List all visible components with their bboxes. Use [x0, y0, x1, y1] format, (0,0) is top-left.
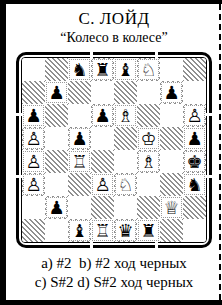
square-b2[interactable]: ♟	[45, 196, 68, 219]
piece-white-pawn-h6[interactable]: ♙	[184, 105, 205, 126]
square-c4[interactable]: ♖	[68, 150, 91, 173]
square-g1[interactable]	[160, 219, 183, 242]
piece-white-knight-f8[interactable]: ♘	[138, 59, 159, 80]
square-f4[interactable]: ♗	[137, 150, 160, 173]
piece-white-king-f5[interactable]: ♔	[138, 128, 159, 149]
square-a7[interactable]	[22, 81, 45, 104]
square-h1[interactable]	[183, 219, 206, 242]
piece-black-rook-d8[interactable]: ♜	[92, 59, 113, 80]
piece-black-pawn-b2[interactable]: ♟	[46, 197, 67, 218]
square-a1[interactable]	[22, 219, 45, 242]
piece-white-pawn-a4[interactable]: ♙	[23, 151, 44, 172]
square-f1[interactable]: ♜	[137, 219, 160, 242]
piece-black-pawn-g7[interactable]: ♟	[161, 82, 182, 103]
piece-white-bishop-e6[interactable]: ♗	[115, 105, 136, 126]
square-b7[interactable]: ♟	[45, 81, 68, 104]
square-e5[interactable]	[114, 127, 137, 150]
square-d1[interactable]: ♖	[91, 219, 114, 242]
piece-black-pawn-a6[interactable]: ♟	[23, 105, 44, 126]
square-c7[interactable]	[68, 81, 91, 104]
square-e8[interactable]: ♝	[114, 58, 137, 81]
piece-black-pawn-d6[interactable]: ♟	[92, 105, 113, 126]
square-a4[interactable]: ♙	[22, 150, 45, 173]
piece-black-bishop-e8[interactable]: ♝	[115, 59, 136, 80]
piece-black-pawn-c5[interactable]: ♟	[69, 128, 90, 149]
square-e6[interactable]: ♗	[114, 104, 137, 127]
square-e7[interactable]	[114, 81, 137, 104]
board-frame: ♞♜♝♘♟♟♟♟♗♙♙♟♔♟♙♖♗♚♙♙♘♞♟♕♝♖♛♜	[16, 52, 212, 248]
square-h5[interactable]: ♟	[183, 127, 206, 150]
square-g2[interactable]: ♕	[160, 196, 183, 219]
square-b5[interactable]	[45, 127, 68, 150]
square-c1[interactable]: ♝	[68, 219, 91, 242]
piece-white-pawn-a3[interactable]: ♙	[23, 174, 44, 195]
square-a3[interactable]: ♙	[22, 173, 45, 196]
square-d6[interactable]: ♟	[91, 104, 114, 127]
square-h6[interactable]: ♙	[183, 104, 206, 127]
piece-white-queen-g2[interactable]: ♕	[161, 197, 182, 218]
square-a8[interactable]	[22, 58, 45, 81]
square-h4[interactable]: ♚	[183, 150, 206, 173]
problem-title: “Колесо в колесе”	[6, 29, 222, 46]
square-a2[interactable]	[22, 196, 45, 219]
square-c3[interactable]	[68, 173, 91, 196]
square-e2[interactable]	[114, 196, 137, 219]
frame-gap	[205, 113, 212, 116]
piece-white-knight-e3[interactable]: ♘	[115, 174, 136, 195]
piece-white-rook-c4[interactable]: ♖	[69, 151, 90, 172]
frame-gap	[205, 175, 212, 178]
board-grid: ♞♜♝♘♟♟♟♟♗♙♙♟♔♟♙♖♗♚♙♙♘♞♟♕♝♖♛♜	[22, 58, 206, 242]
square-e4[interactable]	[114, 150, 137, 173]
square-g7[interactable]: ♟	[160, 81, 183, 104]
piece-white-rook-d1[interactable]: ♖	[92, 220, 113, 241]
piece-black-pawn-h5[interactable]: ♟	[184, 128, 205, 149]
stipulation-line-1: a) #2 b) #2 ход черных	[6, 254, 222, 273]
square-d2[interactable]	[91, 196, 114, 219]
square-h7[interactable]	[183, 81, 206, 104]
piece-black-pawn-b7[interactable]: ♟	[46, 82, 67, 103]
chess-board: ♞♜♝♘♟♟♟♟♗♙♙♟♔♟♙♖♗♚♙♙♘♞♟♕♝♖♛♜	[16, 52, 212, 248]
square-g8[interactable]	[160, 58, 183, 81]
problem-card: С. ЛОЙД “Колесо в колесе” ♞♜♝♘♟♟♟♟♗♙♙♟♔♟…	[0, 0, 222, 305]
square-c2[interactable]	[68, 196, 91, 219]
square-b6[interactable]	[45, 104, 68, 127]
square-b8[interactable]	[45, 58, 68, 81]
square-a5[interactable]: ♙	[22, 127, 45, 150]
piece-black-knight-h3[interactable]: ♞	[184, 174, 205, 195]
square-f6[interactable]	[137, 104, 160, 127]
piece-black-king-h4[interactable]: ♚	[184, 151, 205, 172]
square-e1[interactable]: ♛	[114, 219, 137, 242]
frame-gap	[16, 113, 23, 116]
square-f5[interactable]: ♔	[137, 127, 160, 150]
square-f2[interactable]	[137, 196, 160, 219]
piece-white-bishop-f4[interactable]: ♗	[138, 151, 159, 172]
piece-black-rook-f1[interactable]: ♜	[138, 220, 159, 241]
square-g5[interactable]	[160, 127, 183, 150]
square-h2[interactable]	[183, 196, 206, 219]
square-d4[interactable]	[91, 150, 114, 173]
square-g3[interactable]	[160, 173, 183, 196]
square-f7[interactable]	[137, 81, 160, 104]
square-c5[interactable]: ♟	[68, 127, 91, 150]
square-g6[interactable]	[160, 104, 183, 127]
frame-gap	[90, 52, 93, 59]
square-c6[interactable]	[68, 104, 91, 127]
square-d8[interactable]: ♜	[91, 58, 114, 81]
stipulation: a) #2 b) #2 ход черных c) S#2 d) S#2 ход…	[6, 254, 222, 292]
piece-white-pawn-d3[interactable]: ♙	[92, 174, 113, 195]
square-e3[interactable]: ♘	[114, 173, 137, 196]
piece-black-queen-e1[interactable]: ♛	[115, 220, 136, 241]
frame-gap	[90, 241, 93, 248]
square-d7[interactable]	[91, 81, 114, 104]
square-d3[interactable]: ♙	[91, 173, 114, 196]
frame-gap	[155, 241, 158, 248]
square-f8[interactable]: ♘	[137, 58, 160, 81]
stipulation-line-2: c) S#2 d) S#2 ход черных	[6, 273, 222, 292]
square-h8[interactable]	[183, 58, 206, 81]
frame-gap	[16, 175, 23, 178]
square-g4[interactable]	[160, 150, 183, 173]
piece-black-knight-c8[interactable]: ♞	[69, 59, 90, 80]
square-b1[interactable]	[45, 219, 68, 242]
square-f3[interactable]	[137, 173, 160, 196]
piece-black-bishop-c1[interactable]: ♝	[69, 220, 90, 241]
board-frame-inner: ♞♜♝♘♟♟♟♟♗♙♙♟♔♟♙♖♗♚♙♙♘♞♟♕♝♖♛♜	[21, 57, 207, 243]
square-b4[interactable]	[45, 150, 68, 173]
square-h3[interactable]: ♞	[183, 173, 206, 196]
square-a6[interactable]: ♟	[22, 104, 45, 127]
square-d5[interactable]	[91, 127, 114, 150]
problem-author: С. ЛОЙД	[6, 9, 222, 29]
frame-gap	[155, 52, 158, 59]
piece-white-pawn-a5[interactable]: ♙	[23, 128, 44, 149]
square-b3[interactable]	[45, 173, 68, 196]
page-cut-dashed-line	[219, 4, 221, 300]
square-c8[interactable]: ♞	[68, 58, 91, 81]
